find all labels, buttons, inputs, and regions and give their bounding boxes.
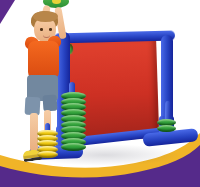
child-shorts-right-leg (42, 95, 57, 112)
product-photo (0, 0, 200, 187)
purple-corner-wedge (0, 0, 15, 24)
child-left-eye (40, 28, 43, 31)
yellow-stacked-disc (37, 151, 58, 158)
child-shirt (28, 41, 59, 79)
child-right-eye (49, 28, 52, 31)
child-hair-fringe (33, 11, 58, 22)
